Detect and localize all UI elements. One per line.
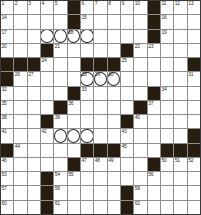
grid-cell[interactable]: 19 <box>161 30 173 43</box>
grid-cell[interactable]: 6 <box>81 1 93 14</box>
grid-cell[interactable] <box>188 44 200 57</box>
clue-number: 52 <box>188 158 193 163</box>
clue-number: 15 <box>81 15 86 20</box>
black-cell <box>148 30 160 43</box>
grid-cell[interactable]: 1 <box>1 1 13 14</box>
grid-cell[interactable]: 55 <box>68 172 80 185</box>
black-cell <box>134 101 146 114</box>
clue-number: 27 <box>28 72 33 77</box>
grid-cell[interactable] <box>28 115 40 128</box>
circled-cell[interactable] <box>68 129 80 142</box>
grid-cell[interactable]: 57 <box>1 186 13 199</box>
grid-cell[interactable]: 35 <box>1 101 13 114</box>
clue-number: 34 <box>161 87 166 92</box>
clue-number: 38 <box>2 115 7 120</box>
clue-number: 55 <box>68 172 73 177</box>
black-cell <box>81 144 93 157</box>
grid-cell[interactable] <box>121 87 133 100</box>
grid-cell[interactable] <box>134 58 146 71</box>
grid-cell[interactable] <box>174 58 186 71</box>
grid-cell[interactable]: 46 <box>1 158 13 171</box>
clue-number: 22 <box>135 44 140 49</box>
black-cell <box>108 144 120 157</box>
grid-cell[interactable] <box>121 101 133 114</box>
clue-number: 32 <box>2 87 7 92</box>
black-cell <box>1 72 13 85</box>
clue-number: 9 <box>121 1 123 6</box>
grid-cell[interactable] <box>108 44 120 57</box>
grid-cell[interactable]: 37 <box>148 101 160 114</box>
clue-number: 41 <box>2 129 7 134</box>
grid-cell[interactable]: 32 <box>1 87 13 100</box>
grid-cell[interactable]: 44 <box>14 144 26 157</box>
grid-cell[interactable]: 8 <box>108 1 120 14</box>
clue-number: 53 <box>2 172 7 177</box>
grid-cell[interactable] <box>161 44 173 57</box>
grid-cell[interactable] <box>108 129 120 142</box>
grid-cell[interactable]: 14 <box>1 15 13 28</box>
grid-cell[interactable] <box>188 15 200 28</box>
grid-cell[interactable] <box>14 15 26 28</box>
grid-cell[interactable] <box>94 87 106 100</box>
grid-cell[interactable] <box>134 172 146 185</box>
grid-cell[interactable] <box>134 129 146 142</box>
clue-number: 31 <box>188 72 193 77</box>
clue-number: 62 <box>135 201 140 206</box>
black-cell <box>68 87 80 100</box>
grid-cell[interactable] <box>54 158 66 171</box>
grid-cell[interactable] <box>108 186 120 199</box>
grid-cell[interactable] <box>94 172 106 185</box>
grid-cell[interactable] <box>148 72 160 85</box>
grid-cell[interactable]: 12 <box>174 1 186 14</box>
grid-cell[interactable] <box>28 44 40 57</box>
grid-cell[interactable]: 13 <box>188 1 200 14</box>
grid-cell[interactable] <box>54 15 66 28</box>
grid-cell[interactable] <box>161 201 173 214</box>
clue-number: 47 <box>81 158 86 163</box>
grid-cell[interactable] <box>148 115 160 128</box>
grid-cell[interactable] <box>81 115 93 128</box>
clue-number: 45 <box>121 144 126 149</box>
grid-cell[interactable] <box>94 201 106 214</box>
grid-cell[interactable] <box>174 87 186 100</box>
grid-cell[interactable] <box>54 87 66 100</box>
clue-number: 48 <box>95 158 100 163</box>
circle-marker-icon <box>54 30 66 43</box>
black-cell <box>41 115 53 128</box>
grid-cell[interactable]: 5 <box>54 1 66 14</box>
circled-cell[interactable]: 18 <box>68 30 80 43</box>
grid-cell[interactable] <box>14 172 26 185</box>
grid-cell[interactable]: 3 <box>28 1 40 14</box>
grid-cell[interactable] <box>121 158 133 171</box>
grid-cell[interactable] <box>81 44 93 57</box>
grid-cell[interactable]: 56 <box>148 172 160 185</box>
grid-cell[interactable] <box>161 72 173 85</box>
grid-cell[interactable] <box>148 201 160 214</box>
clue-number: 19 <box>161 30 166 35</box>
black-cell <box>108 58 120 71</box>
grid-cell[interactable] <box>174 30 186 43</box>
clue-number: 4 <box>41 1 43 6</box>
grid-cell[interactable]: 61 <box>54 201 66 214</box>
circle-marker-icon <box>81 30 93 43</box>
grid-cell[interactable] <box>41 144 53 157</box>
circle-marker-icon <box>41 30 53 43</box>
grid-cell[interactable] <box>41 15 53 28</box>
grid-cell[interactable] <box>81 186 93 199</box>
black-cell <box>121 186 133 199</box>
grid-cell[interactable] <box>174 201 186 214</box>
grid-cell[interactable]: 16 <box>161 15 173 28</box>
grid-cell[interactable] <box>68 186 80 199</box>
grid-cell[interactable] <box>148 58 160 71</box>
grid-cell[interactable]: 25 <box>121 58 133 71</box>
grid-cell[interactable] <box>41 101 53 114</box>
grid-cell[interactable]: 17 <box>1 30 13 43</box>
black-cell <box>68 158 80 171</box>
black-cell <box>121 201 133 214</box>
clue-number: 36 <box>68 101 73 106</box>
clue-number: 35 <box>2 101 7 106</box>
grid-cell[interactable] <box>28 87 40 100</box>
clue-number: 14 <box>2 15 7 20</box>
grid-cell[interactable] <box>28 201 40 214</box>
grid-cell[interactable]: 7 <box>94 1 106 14</box>
grid-cell[interactable] <box>28 172 40 185</box>
grid-cell[interactable] <box>28 15 40 28</box>
grid-cell[interactable] <box>68 58 80 71</box>
grid-cell[interactable]: 60 <box>1 201 13 214</box>
clue-number: 18 <box>68 30 73 35</box>
black-cell <box>14 58 26 71</box>
black-cell <box>28 58 40 71</box>
grid-cell[interactable]: 34 <box>161 87 173 100</box>
crossword-puzzle: 1234567891011121314151617181920212223242… <box>0 0 201 215</box>
grid-cell[interactable] <box>188 115 200 128</box>
black-cell <box>94 144 106 157</box>
grid-cell[interactable] <box>188 201 200 214</box>
grid-cell[interactable] <box>174 15 186 28</box>
clue-number: 21 <box>55 44 60 49</box>
grid-cell[interactable] <box>68 44 80 57</box>
grid-cell[interactable] <box>28 30 40 43</box>
clue-number: 54 <box>55 172 60 177</box>
grid-cell[interactable] <box>121 72 133 85</box>
black-cell <box>148 87 160 100</box>
grid-cell[interactable] <box>174 115 186 128</box>
black-cell <box>148 158 160 171</box>
clue-number: 8 <box>108 1 110 6</box>
grid-cell[interactable]: 27 <box>28 72 40 85</box>
clue-number: 60 <box>2 201 7 206</box>
grid-cell[interactable]: 9 <box>121 1 133 14</box>
grid-cell[interactable] <box>161 58 173 71</box>
grid-cell[interactable]: 39 <box>54 115 66 128</box>
clue-number: 11 <box>161 1 166 6</box>
grid-cell[interactable] <box>174 44 186 57</box>
grid-cell[interactable] <box>41 72 53 85</box>
black-cell <box>148 1 160 14</box>
grid-cell[interactable] <box>134 30 146 43</box>
black-cell <box>148 15 160 28</box>
black-cell <box>41 172 53 185</box>
grid-cell[interactable] <box>14 30 26 43</box>
grid-cell[interactable] <box>41 158 53 171</box>
grid-cell[interactable]: 43 <box>121 129 133 142</box>
grid-cell[interactable] <box>148 186 160 199</box>
black-cell <box>68 1 80 14</box>
clue-number: 51 <box>175 158 180 163</box>
grid-cell[interactable] <box>14 186 26 199</box>
black-cell <box>161 144 173 157</box>
clue-number: 5 <box>55 1 57 6</box>
clue-number: 1 <box>2 1 4 6</box>
grid-cell[interactable] <box>148 144 160 157</box>
grid-cell[interactable] <box>134 15 146 28</box>
clue-number: 39 <box>55 115 60 120</box>
black-cell <box>41 201 53 214</box>
clue-number: 6 <box>81 1 83 6</box>
clue-number: 50 <box>161 158 166 163</box>
black-cell <box>54 101 66 114</box>
grid-cell[interactable] <box>121 15 133 28</box>
grid-cell[interactable] <box>174 172 186 185</box>
grid-cell[interactable] <box>121 172 133 185</box>
grid-cell[interactable] <box>68 144 80 157</box>
grid-cell[interactable]: 2 <box>14 1 26 14</box>
grid-cell[interactable]: 20 <box>1 44 13 57</box>
grid-cell[interactable] <box>94 129 106 142</box>
clue-number: 3 <box>28 1 30 6</box>
grid-cell[interactable]: 45 <box>121 144 133 157</box>
grid-cell[interactable] <box>28 144 40 157</box>
clue-number: 23 <box>148 44 153 49</box>
grid-cell[interactable] <box>41 87 53 100</box>
grid-cell[interactable] <box>174 101 186 114</box>
grid-cell[interactable] <box>188 87 200 100</box>
circled-cell[interactable] <box>81 129 93 142</box>
grid-cell[interactable] <box>188 172 200 185</box>
grid-cell[interactable]: 59 <box>134 186 146 199</box>
grid-cell[interactable]: 54 <box>54 172 66 185</box>
grid-cell[interactable] <box>108 87 120 100</box>
clue-number: 58 <box>55 186 60 191</box>
clue-number: 46 <box>2 158 7 163</box>
grid-cell[interactable]: 4 <box>41 1 53 14</box>
grid-cell[interactable] <box>188 101 200 114</box>
grid-cell[interactable]: 22 <box>134 44 146 57</box>
grid-cell[interactable] <box>94 101 106 114</box>
grid-cell[interactable] <box>14 101 26 114</box>
grid-cell[interactable] <box>68 72 80 85</box>
clue-number: 57 <box>2 186 7 191</box>
grid-cell[interactable] <box>121 30 133 43</box>
clue-number: 42 <box>41 129 46 134</box>
clue-number: 12 <box>175 1 180 6</box>
grid-cell[interactable] <box>134 158 146 171</box>
clue-number: 24 <box>41 58 46 63</box>
black-cell <box>68 15 80 28</box>
grid-cell[interactable]: 41 <box>1 129 13 142</box>
grid-cell[interactable] <box>108 15 120 28</box>
circle-marker-icon <box>54 129 66 142</box>
grid-cell[interactable] <box>174 72 186 85</box>
grid-cell[interactable] <box>14 44 26 57</box>
grid-cell[interactable]: 58 <box>54 186 66 199</box>
grid-cell[interactable] <box>161 101 173 114</box>
black-cell <box>94 58 106 71</box>
grid-cell[interactable] <box>28 101 40 114</box>
circled-cell[interactable]: 30 <box>108 72 120 85</box>
grid-cell[interactable] <box>14 115 26 128</box>
grid-cell[interactable] <box>94 115 106 128</box>
grid-cell[interactable] <box>14 201 26 214</box>
grid-cell[interactable] <box>14 158 26 171</box>
clue-number: 25 <box>121 58 126 63</box>
grid-cell[interactable]: 50 <box>161 158 173 171</box>
clue-number: 26 <box>15 72 20 77</box>
grid-cell[interactable]: 40 <box>134 115 146 128</box>
clue-number: 30 <box>108 72 113 77</box>
grid-cell[interactable] <box>28 129 40 142</box>
clue-number: 10 <box>135 1 140 6</box>
clue-number: 7 <box>95 1 97 6</box>
black-cell <box>174 144 186 157</box>
black-cell <box>81 58 93 71</box>
grid-cell[interactable]: 24 <box>41 58 53 71</box>
grid-cell[interactable] <box>94 15 106 28</box>
black-cell <box>121 115 133 128</box>
clue-number: 33 <box>81 87 86 92</box>
grid-cell[interactable]: 36 <box>68 101 80 114</box>
grid-cell[interactable] <box>134 72 146 85</box>
grid-cell[interactable] <box>174 129 186 142</box>
grid-cell[interactable] <box>174 186 186 199</box>
circle-marker-icon <box>81 129 93 142</box>
grid-cell[interactable]: 47 <box>81 158 93 171</box>
black-cell <box>188 129 200 142</box>
grid-cell[interactable] <box>81 201 93 214</box>
grid-cell[interactable] <box>68 201 80 214</box>
grid-cell[interactable]: 51 <box>174 158 186 171</box>
grid-cell[interactable]: 52 <box>188 158 200 171</box>
grid-cell[interactable] <box>188 30 200 43</box>
grid-cell[interactable] <box>94 186 106 199</box>
grid-cell[interactable] <box>134 144 146 157</box>
grid-cell[interactable] <box>94 44 106 57</box>
clue-number: 37 <box>148 101 153 106</box>
grid-cell[interactable] <box>108 201 120 214</box>
clue-number: 29 <box>95 72 100 77</box>
black-cell <box>1 58 13 71</box>
black-cell <box>121 44 133 57</box>
crossword-grid: 1234567891011121314151617181920212223242… <box>0 0 201 215</box>
clue-number: 2 <box>15 1 17 6</box>
clue-number: 44 <box>15 144 20 149</box>
grid-cell[interactable] <box>108 101 120 114</box>
grid-cell[interactable]: 48 <box>94 158 106 171</box>
grid-cell[interactable] <box>108 172 120 185</box>
grid-cell[interactable] <box>28 186 40 199</box>
grid-cell[interactable]: 11 <box>161 1 173 14</box>
circled-cell[interactable]: 29 <box>94 72 106 85</box>
black-cell <box>1 144 13 157</box>
grid-cell[interactable]: 15 <box>81 15 93 28</box>
clue-number: 20 <box>2 44 7 49</box>
grid-cell[interactable] <box>161 186 173 199</box>
grid-cell[interactable]: 23 <box>148 44 160 57</box>
circled-cell[interactable] <box>41 30 53 43</box>
clue-number: 43 <box>121 129 126 134</box>
grid-cell[interactable] <box>54 72 66 85</box>
clue-number: 28 <box>81 72 86 77</box>
clue-number: 49 <box>108 158 113 163</box>
clue-number: 61 <box>55 201 60 206</box>
grid-cell[interactable]: 42 <box>41 129 53 142</box>
grid-cell[interactable]: 62 <box>134 201 146 214</box>
black-cell <box>188 58 200 71</box>
grid-cell[interactable] <box>14 87 26 100</box>
clue-number: 17 <box>2 30 7 35</box>
clue-number: 56 <box>148 172 153 177</box>
circled-cell[interactable]: 28 <box>81 72 93 85</box>
grid-cell[interactable]: 38 <box>1 115 13 128</box>
clue-number: 59 <box>135 186 140 191</box>
circled-cell[interactable] <box>54 30 66 43</box>
clue-number: 16 <box>161 15 166 20</box>
grid-cell[interactable] <box>81 101 93 114</box>
circled-cell[interactable] <box>81 30 93 43</box>
grid-cell[interactable] <box>14 129 26 142</box>
grid-cell[interactable]: 10 <box>134 1 146 14</box>
grid-cell[interactable] <box>188 186 200 199</box>
black-cell <box>41 186 53 199</box>
grid-cell[interactable] <box>68 115 80 128</box>
grid-cell[interactable]: 21 <box>54 44 66 57</box>
grid-cell[interactable] <box>28 158 40 171</box>
grid-cell[interactable] <box>161 172 173 185</box>
grid-cell[interactable] <box>81 172 93 185</box>
grid-cell[interactable] <box>134 87 146 100</box>
circled-cell[interactable] <box>54 129 66 142</box>
clue-number: 40 <box>135 115 140 120</box>
clue-number: 13 <box>188 1 193 6</box>
black-cell <box>188 144 200 157</box>
grid-cell[interactable] <box>54 58 66 71</box>
grid-cell[interactable] <box>148 129 160 142</box>
grid-cell[interactable]: 26 <box>14 72 26 85</box>
grid-cell[interactable]: 49 <box>108 158 120 171</box>
grid-cell[interactable]: 33 <box>81 87 93 100</box>
black-cell <box>41 44 53 57</box>
grid-cell[interactable]: 31 <box>188 72 200 85</box>
grid-cell[interactable] <box>54 144 66 157</box>
grid-cell[interactable] <box>94 30 106 43</box>
grid-cell[interactable] <box>161 115 173 128</box>
grid-cell[interactable]: 53 <box>1 172 13 185</box>
grid-cell[interactable] <box>161 129 173 142</box>
circle-marker-icon <box>68 129 80 142</box>
grid-cell[interactable] <box>108 115 120 128</box>
grid-cell[interactable] <box>108 30 120 43</box>
